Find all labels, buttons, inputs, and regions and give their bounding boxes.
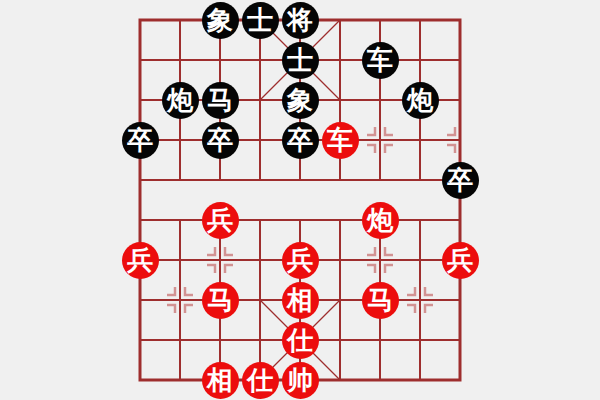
piece-red-soldier[interactable]: 兵: [442, 242, 479, 279]
piece-red-soldier[interactable]: 兵: [202, 202, 239, 239]
piece-red-general[interactable]: 帅: [282, 362, 319, 399]
piece-red-soldier[interactable]: 兵: [282, 242, 319, 279]
piece-black-chariot[interactable]: 车: [362, 42, 399, 79]
piece-black-elephant[interactable]: 象: [202, 2, 239, 39]
piece-red-horse[interactable]: 马: [362, 282, 399, 319]
piece-black-advisor[interactable]: 士: [242, 2, 279, 39]
piece-black-soldier[interactable]: 卒: [202, 122, 239, 159]
piece-black-cannon[interactable]: 炮: [402, 82, 439, 119]
piece-red-elephant[interactable]: 相: [282, 282, 319, 319]
piece-black-general[interactable]: 将: [282, 2, 319, 39]
piece-red-cannon[interactable]: 炮: [362, 202, 399, 239]
piece-black-soldier[interactable]: 卒: [282, 122, 319, 159]
xiangqi-board: 象士将士车炮马象炮卒卒卒车卒兵炮兵兵兵马相马仕相仕帅: [0, 0, 600, 400]
piece-black-elephant[interactable]: 象: [282, 82, 319, 119]
pieces-layer: 象士将士车炮马象炮卒卒卒车卒兵炮兵兵兵马相马仕相仕帅: [0, 0, 600, 400]
piece-black-advisor[interactable]: 士: [282, 42, 319, 79]
piece-black-cannon[interactable]: 炮: [162, 82, 199, 119]
piece-black-horse[interactable]: 马: [202, 82, 239, 119]
piece-red-advisor[interactable]: 仕: [242, 362, 279, 399]
piece-red-soldier[interactable]: 兵: [122, 242, 159, 279]
piece-red-elephant[interactable]: 相: [202, 362, 239, 399]
piece-red-advisor[interactable]: 仕: [282, 322, 319, 359]
piece-black-soldier[interactable]: 卒: [122, 122, 159, 159]
piece-black-soldier[interactable]: 卒: [442, 162, 479, 199]
piece-red-horse[interactable]: 马: [202, 282, 239, 319]
piece-red-chariot[interactable]: 车: [322, 122, 359, 159]
